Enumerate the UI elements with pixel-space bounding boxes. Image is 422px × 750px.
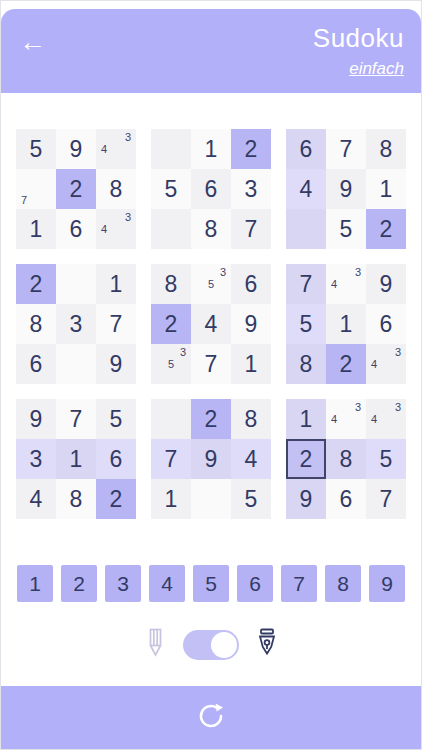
pencil-mark: 3 (125, 132, 131, 143)
cell-r8c1[interactable]: 3 (16, 439, 56, 479)
cell-value: 8 (300, 351, 313, 378)
cell-r4c6[interactable]: 6 (231, 264, 271, 304)
cell-r4c5[interactable]: 35 (191, 264, 231, 304)
pencil-mark: 7 (21, 195, 27, 206)
cell-r8c5[interactable]: 9 (191, 439, 231, 479)
cell-r9c2[interactable]: 8 (56, 479, 96, 519)
numpad-key-3[interactable]: 3 (105, 565, 141, 602)
cell-value: 9 (110, 351, 123, 378)
numpad-key-5[interactable]: 5 (193, 565, 229, 602)
cell-value: 5 (110, 406, 123, 433)
cell-r9c9[interactable]: 7 (366, 479, 406, 519)
cell-value: 7 (110, 311, 123, 338)
cell-r8c7[interactable]: 2 (286, 439, 326, 479)
pencil-mark: 3 (355, 402, 361, 413)
cell-r6c2[interactable] (56, 344, 96, 384)
cell-r9c1[interactable]: 4 (16, 479, 56, 519)
cell-value: 5 (165, 176, 178, 203)
page-title: Sudoku (313, 23, 404, 54)
cell-r4c7[interactable]: 7 (286, 264, 326, 304)
cell-r4c4[interactable]: 8 (151, 264, 191, 304)
cell-value: 4 (300, 176, 313, 203)
pencil-mark: 4 (101, 144, 107, 155)
cell-r7c5[interactable]: 2 (191, 399, 231, 439)
cell-r3c7[interactable] (286, 209, 326, 249)
cell-value: 1 (380, 176, 393, 203)
cell-value: 1 (70, 446, 83, 473)
cell-value: 8 (245, 406, 258, 433)
block-3: 67849152 (286, 129, 406, 249)
numpad-key-9[interactable]: 9 (369, 565, 405, 602)
cell-r6c6[interactable]: 1 (231, 344, 271, 384)
cell-r7c3[interactable]: 5 (96, 399, 136, 439)
pencil-mode-button[interactable] (143, 627, 168, 662)
cell-r9c5[interactable] (191, 479, 231, 519)
restart-button[interactable] (196, 701, 226, 734)
cell-value: 2 (300, 446, 313, 473)
cell-r8c4[interactable]: 7 (151, 439, 191, 479)
cell-r9c3[interactable]: 2 (96, 479, 136, 519)
cell-value: 2 (205, 406, 218, 433)
cell-r4c3[interactable]: 1 (96, 264, 136, 304)
cell-value: 2 (30, 271, 43, 298)
numpad-key-4[interactable]: 4 (149, 565, 185, 602)
pencil-mark: 3 (395, 347, 401, 358)
cell-r7c9[interactable]: 34 (366, 399, 406, 439)
cell-r1c5[interactable]: 1 (191, 129, 231, 169)
cell-value: 3 (70, 311, 83, 338)
cell-r3c5[interactable]: 8 (191, 209, 231, 249)
pencil-mark: 3 (180, 347, 186, 358)
cell-r4c1[interactable]: 2 (16, 264, 56, 304)
numpad-key-7[interactable]: 7 (281, 565, 317, 602)
cell-value: 8 (380, 136, 393, 163)
pencil-mark: 4 (331, 279, 337, 290)
numpad-key-6[interactable]: 6 (237, 565, 273, 602)
cell-value: 4 (30, 486, 43, 513)
cell-r2c2[interactable]: 2 (56, 169, 96, 209)
cell-r3c9[interactable]: 2 (366, 209, 406, 249)
cell-r1c1[interactable]: 5 (16, 129, 56, 169)
cell-value: 9 (380, 271, 393, 298)
cell-r3c6[interactable]: 7 (231, 209, 271, 249)
cell-r9c6[interactable]: 5 (231, 479, 271, 519)
cell-r5c6[interactable]: 9 (231, 304, 271, 344)
cell-value: 8 (205, 216, 218, 243)
cell-value: 8 (110, 176, 123, 203)
cell-r9c7[interactable]: 9 (286, 479, 326, 519)
cell-value: 6 (300, 136, 313, 163)
block-5: 83562493571 (151, 264, 271, 384)
cell-value: 2 (245, 136, 258, 163)
cell-value: 7 (245, 216, 258, 243)
pen-toggle[interactable] (183, 630, 239, 660)
cell-r2c9[interactable]: 1 (366, 169, 406, 209)
cell-r8c6[interactable]: 4 (231, 439, 271, 479)
cell-value: 9 (340, 176, 353, 203)
cell-r1c7[interactable]: 6 (286, 129, 326, 169)
cell-value: 6 (205, 176, 218, 203)
cell-r7c7[interactable]: 1 (286, 399, 326, 439)
cell-value: 1 (30, 216, 43, 243)
cell-r6c9[interactable]: 34 (366, 344, 406, 384)
app-screen: ← Sudoku einfach 59347281634125638767849… (0, 0, 422, 750)
pencil-mark: 3 (395, 402, 401, 413)
pencil-mark: 4 (331, 414, 337, 425)
toggle-knob (211, 632, 237, 658)
cell-r7c2[interactable]: 7 (56, 399, 96, 439)
cell-r6c3[interactable]: 9 (96, 344, 136, 384)
cell-r7c6[interactable]: 8 (231, 399, 271, 439)
cell-value: 6 (340, 486, 353, 513)
pencil-mark: 3 (220, 267, 226, 278)
pencil-mark: 3 (355, 267, 361, 278)
numpad-key-8[interactable]: 8 (325, 565, 361, 602)
block-6: 73495168234 (286, 264, 406, 384)
cell-r1c4[interactable] (151, 129, 191, 169)
cell-value: 8 (70, 486, 83, 513)
back-arrow-icon: ← (19, 27, 46, 57)
cell-r3c4[interactable] (151, 209, 191, 249)
pencil-mark: 5 (168, 359, 174, 370)
cell-r3c2[interactable]: 6 (56, 209, 96, 249)
cell-r4c8[interactable]: 34 (326, 264, 366, 304)
cell-r6c8[interactable]: 2 (326, 344, 366, 384)
cell-value: 9 (300, 486, 313, 513)
block-1: 59347281634 (16, 129, 136, 249)
cell-value: 4 (245, 446, 258, 473)
cell-r4c9[interactable]: 9 (366, 264, 406, 304)
cell-r2c1[interactable]: 7 (16, 169, 56, 209)
cell-value: 6 (110, 446, 123, 473)
pen-nib-icon (254, 627, 280, 662)
cell-value: 6 (30, 351, 43, 378)
pencil-mark: 4 (371, 414, 377, 425)
cell-value: 3 (30, 446, 43, 473)
cell-value: 7 (205, 351, 218, 378)
cell-value: 1 (205, 136, 218, 163)
cell-r2c8[interactable]: 9 (326, 169, 366, 209)
cell-r5c1[interactable]: 8 (16, 304, 56, 344)
cell-r5c9[interactable]: 6 (366, 304, 406, 344)
cell-r2c4[interactable]: 5 (151, 169, 191, 209)
cell-r5c4[interactable]: 2 (151, 304, 191, 344)
block-2: 1256387 (151, 129, 271, 249)
cell-r2c3[interactable]: 8 (96, 169, 136, 209)
cell-value: 6 (380, 311, 393, 338)
cell-value: 1 (165, 486, 178, 513)
refresh-icon (196, 701, 226, 734)
numpad-key-2[interactable]: 2 (61, 565, 97, 602)
cell-value: 7 (340, 136, 353, 163)
cell-value: 9 (70, 136, 83, 163)
cell-value: 6 (245, 271, 258, 298)
cell-r8c2[interactable]: 1 (56, 439, 96, 479)
pencil-mark: 3 (125, 212, 131, 223)
cell-r3c3[interactable]: 34 (96, 209, 136, 249)
pen-mode-button[interactable] (254, 627, 280, 662)
cell-value: 9 (245, 311, 258, 338)
cell-r3c1[interactable]: 1 (16, 209, 56, 249)
cell-value: 1 (340, 311, 353, 338)
cell-r5c3[interactable]: 7 (96, 304, 136, 344)
cell-r1c9[interactable]: 8 (366, 129, 406, 169)
cell-value: 1 (245, 351, 258, 378)
block-4: 2183769 (16, 264, 136, 384)
cell-value: 2 (165, 311, 178, 338)
cell-r5c7[interactable]: 5 (286, 304, 326, 344)
cell-r5c2[interactable]: 3 (56, 304, 96, 344)
cell-r5c5[interactable]: 4 (191, 304, 231, 344)
cell-value: 8 (340, 446, 353, 473)
cell-value: 3 (245, 176, 258, 203)
cell-value: 5 (30, 136, 43, 163)
pencil-mark: 4 (101, 224, 107, 235)
cell-r2c6[interactable]: 3 (231, 169, 271, 209)
cell-value: 6 (70, 216, 83, 243)
cell-r2c5[interactable]: 6 (191, 169, 231, 209)
cell-r3c8[interactable]: 5 (326, 209, 366, 249)
cell-value: 2 (70, 176, 83, 203)
cell-r4c2[interactable] (56, 264, 96, 304)
cell-value: 5 (380, 446, 393, 473)
cell-value: 7 (300, 271, 313, 298)
cell-value: 1 (300, 406, 313, 433)
cell-r6c1[interactable]: 6 (16, 344, 56, 384)
cell-r9c4[interactable]: 1 (151, 479, 191, 519)
app-header: ← Sudoku einfach (1, 9, 421, 93)
cell-r7c4[interactable] (151, 399, 191, 439)
cell-r8c3[interactable]: 6 (96, 439, 136, 479)
cell-value: 7 (165, 446, 178, 473)
cell-value: 7 (380, 486, 393, 513)
cell-value: 7 (70, 406, 83, 433)
number-pad: 123456789 (1, 565, 421, 602)
cell-value: 5 (340, 216, 353, 243)
input-mode-toolbar (1, 627, 421, 662)
cell-value: 2 (110, 486, 123, 513)
cell-r6c5[interactable]: 7 (191, 344, 231, 384)
cell-r2c7[interactable]: 4 (286, 169, 326, 209)
cell-r9c8[interactable]: 6 (326, 479, 366, 519)
cell-r1c8[interactable]: 7 (326, 129, 366, 169)
cell-value: 5 (245, 486, 258, 513)
pencil-icon (143, 627, 168, 662)
cell-r6c4[interactable]: 35 (151, 344, 191, 384)
cell-value: 4 (205, 311, 218, 338)
cell-r7c8[interactable]: 34 (326, 399, 366, 439)
cell-r1c6[interactable]: 2 (231, 129, 271, 169)
cell-value: 5 (300, 311, 313, 338)
pencil-mark: 5 (208, 279, 214, 290)
cell-value: 9 (205, 446, 218, 473)
bottom-bar (1, 686, 421, 749)
block-9: 13434285967 (286, 399, 406, 519)
cell-r1c2[interactable]: 9 (56, 129, 96, 169)
cell-value: 2 (340, 351, 353, 378)
cell-value: 9 (30, 406, 43, 433)
main-area: 5934728163412563876784915221837698356249… (1, 93, 421, 686)
cell-r6c7[interactable]: 8 (286, 344, 326, 384)
cell-r7c1[interactable]: 9 (16, 399, 56, 439)
cell-value: 2 (380, 216, 393, 243)
numpad-key-1[interactable]: 1 (17, 565, 53, 602)
cell-value: 1 (110, 271, 123, 298)
back-button[interactable]: ← (17, 27, 48, 58)
cell-r5c8[interactable]: 1 (326, 304, 366, 344)
cell-r8c8[interactable]: 8 (326, 439, 366, 479)
cell-value: 8 (165, 271, 178, 298)
pencil-mark: 4 (371, 359, 377, 370)
cell-value: 8 (30, 311, 43, 338)
difficulty-link[interactable]: einfach (349, 59, 404, 79)
block-7: 975316482 (16, 399, 136, 519)
block-8: 2879415 (151, 399, 271, 519)
sudoku-board: 5934728163412563876784915221837698356249… (16, 129, 406, 519)
cell-r8c9[interactable]: 5 (366, 439, 406, 479)
cell-r1c3[interactable]: 34 (96, 129, 136, 169)
